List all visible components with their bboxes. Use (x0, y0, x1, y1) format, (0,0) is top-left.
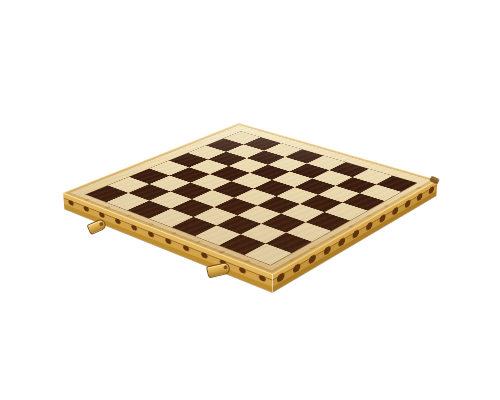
chessboard: abcdefgh12345678 (64, 137, 436, 292)
product-photo-stage: abcdefgh12345678 (0, 0, 500, 400)
board-top-face: abcdefgh12345678 (63, 123, 437, 274)
clasp-hook-icon (87, 218, 108, 235)
board-grid (85, 131, 419, 266)
clasp-left (87, 218, 108, 235)
board-frame: abcdefgh12345678 (69, 125, 432, 271)
